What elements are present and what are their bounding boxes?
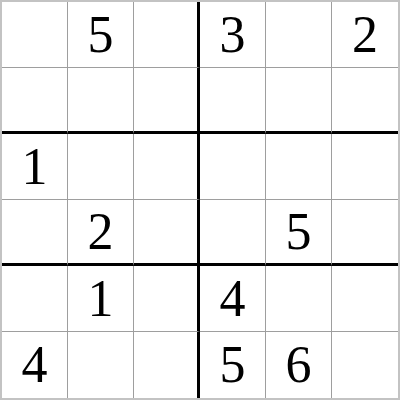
cell-r2c5[interactable]: [266, 68, 332, 134]
cell-r5c3[interactable]: [134, 266, 200, 332]
cell-r5c1[interactable]: [2, 266, 68, 332]
cell-r3c1[interactable]: 1: [2, 134, 68, 200]
cell-r3c2[interactable]: [68, 134, 134, 200]
cell-r3c6[interactable]: [332, 134, 398, 200]
cell-r2c6[interactable]: [332, 68, 398, 134]
cell-r3c5[interactable]: [266, 134, 332, 200]
cell-r3c4[interactable]: [200, 134, 266, 200]
cell-r3c3[interactable]: [134, 134, 200, 200]
cell-r6c6[interactable]: [332, 332, 398, 398]
cell-r4c2[interactable]: 2: [68, 200, 134, 266]
cell-r2c3[interactable]: [134, 68, 200, 134]
cell-r6c4[interactable]: 5: [200, 332, 266, 398]
page: 53212514456: [0, 0, 400, 400]
cell-r5c6[interactable]: [332, 266, 398, 332]
cell-r4c1[interactable]: [2, 200, 68, 266]
sudoku-board: 53212514456: [0, 0, 400, 400]
cell-r2c1[interactable]: [2, 68, 68, 134]
cell-r6c2[interactable]: [68, 332, 134, 398]
cell-r4c3[interactable]: [134, 200, 200, 266]
cell-r5c2[interactable]: 1: [68, 266, 134, 332]
cell-r5c5[interactable]: [266, 266, 332, 332]
cell-r2c2[interactable]: [68, 68, 134, 134]
cell-r4c4[interactable]: [200, 200, 266, 266]
cell-r1c2[interactable]: 5: [68, 2, 134, 68]
cell-r1c5[interactable]: [266, 2, 332, 68]
cell-r6c1[interactable]: 4: [2, 332, 68, 398]
cell-r2c4[interactable]: [200, 68, 266, 134]
cell-r5c4[interactable]: 4: [200, 266, 266, 332]
cell-r1c1[interactable]: [2, 2, 68, 68]
cell-r1c4[interactable]: 3: [200, 2, 266, 68]
cell-r1c6[interactable]: 2: [332, 2, 398, 68]
cell-r1c3[interactable]: [134, 2, 200, 68]
cell-r6c3[interactable]: [134, 332, 200, 398]
cell-r6c5[interactable]: 6: [266, 332, 332, 398]
cell-r4c5[interactable]: 5: [266, 200, 332, 266]
cell-r4c6[interactable]: [332, 200, 398, 266]
